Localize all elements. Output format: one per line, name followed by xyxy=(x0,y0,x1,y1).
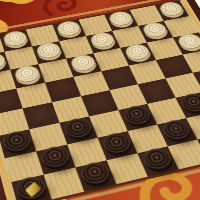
white-checker[interactable] xyxy=(157,0,185,17)
photo-scene xyxy=(0,0,200,200)
checkerboard xyxy=(0,0,200,200)
game-box xyxy=(0,0,200,200)
white-checker[interactable] xyxy=(54,19,82,37)
board-grid xyxy=(0,1,200,200)
white-checker[interactable] xyxy=(106,10,134,27)
white-checker[interactable] xyxy=(1,29,28,47)
